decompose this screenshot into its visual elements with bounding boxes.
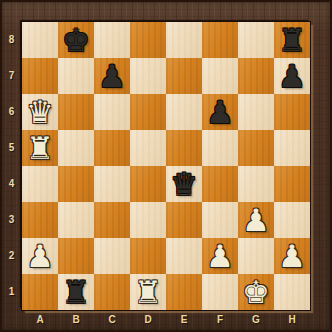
square-b7[interactable] [58, 58, 94, 94]
square-b2[interactable] [58, 238, 94, 274]
square-e3[interactable] [166, 202, 202, 238]
rank-label-1: 1 [4, 274, 19, 310]
square-c8[interactable] [94, 22, 130, 58]
square-g3[interactable]: ♟ [238, 202, 274, 238]
rank-label-5: 5 [4, 130, 19, 166]
square-h3[interactable] [274, 202, 310, 238]
square-c1[interactable] [94, 274, 130, 310]
square-g6[interactable] [238, 94, 274, 130]
file-label-e: E [166, 310, 202, 330]
file-label-a: A [22, 310, 58, 330]
square-g4[interactable] [238, 166, 274, 202]
square-g8[interactable] [238, 22, 274, 58]
file-label-h: H [274, 310, 310, 330]
square-d6[interactable] [130, 94, 166, 130]
square-f8[interactable] [202, 22, 238, 58]
square-h2[interactable]: ♟ [274, 238, 310, 274]
square-b1[interactable]: ♜ [58, 274, 94, 310]
square-a5[interactable]: ♜ [22, 130, 58, 166]
piece-white-pawn[interactable]: ♟ [278, 238, 306, 274]
file-label-g: G [238, 310, 274, 330]
square-c3[interactable] [94, 202, 130, 238]
rank-label-8: 8 [4, 22, 19, 58]
piece-white-pawn[interactable]: ♟ [206, 238, 234, 274]
square-f2[interactable]: ♟ [202, 238, 238, 274]
square-c6[interactable] [94, 94, 130, 130]
rank-label-2: 2 [4, 238, 19, 274]
chess-board-frame: ♚♜♟♟♛♟♜♛♟♟♟♟♜♜♚ 87654321 ABCDEFGH [0, 0, 332, 332]
square-c7[interactable]: ♟ [94, 58, 130, 94]
square-b6[interactable] [58, 94, 94, 130]
square-b5[interactable] [58, 130, 94, 166]
square-d8[interactable] [130, 22, 166, 58]
square-e5[interactable] [166, 130, 202, 166]
piece-white-pawn[interactable]: ♟ [242, 202, 270, 238]
square-a8[interactable] [22, 22, 58, 58]
piece-black-pawn[interactable]: ♟ [206, 94, 234, 130]
square-e4[interactable]: ♛ [166, 166, 202, 202]
square-c5[interactable] [94, 130, 130, 166]
rank-label-3: 3 [4, 202, 19, 238]
square-g1[interactable]: ♚ [238, 274, 274, 310]
square-b8[interactable]: ♚ [58, 22, 94, 58]
square-d5[interactable] [130, 130, 166, 166]
square-a7[interactable] [22, 58, 58, 94]
piece-white-pawn[interactable]: ♟ [26, 238, 54, 274]
file-label-c: C [94, 310, 130, 330]
square-e8[interactable] [166, 22, 202, 58]
square-c4[interactable] [94, 166, 130, 202]
piece-white-queen[interactable]: ♛ [26, 94, 54, 130]
piece-white-king[interactable]: ♚ [242, 274, 270, 310]
square-f4[interactable] [202, 166, 238, 202]
square-a1[interactable] [22, 274, 58, 310]
square-h5[interactable] [274, 130, 310, 166]
square-f1[interactable] [202, 274, 238, 310]
square-d4[interactable] [130, 166, 166, 202]
square-a3[interactable] [22, 202, 58, 238]
square-h8[interactable]: ♜ [274, 22, 310, 58]
square-h6[interactable] [274, 94, 310, 130]
square-b3[interactable] [58, 202, 94, 238]
square-g7[interactable] [238, 58, 274, 94]
square-f5[interactable] [202, 130, 238, 166]
piece-white-rook[interactable]: ♜ [134, 274, 162, 310]
rank-label-6: 6 [4, 94, 19, 130]
square-e1[interactable] [166, 274, 202, 310]
rank-label-7: 7 [4, 58, 19, 94]
file-label-b: B [58, 310, 94, 330]
file-label-f: F [202, 310, 238, 330]
chess-board: ♚♜♟♟♛♟♜♛♟♟♟♟♜♜♚ [22, 22, 310, 310]
square-e7[interactable] [166, 58, 202, 94]
piece-black-pawn[interactable]: ♟ [98, 58, 126, 94]
square-e6[interactable] [166, 94, 202, 130]
rank-label-4: 4 [4, 166, 19, 202]
square-h1[interactable] [274, 274, 310, 310]
piece-black-king[interactable]: ♚ [62, 22, 90, 58]
square-h7[interactable]: ♟ [274, 58, 310, 94]
piece-black-rook[interactable]: ♜ [278, 22, 306, 58]
square-d1[interactable]: ♜ [130, 274, 166, 310]
square-b4[interactable] [58, 166, 94, 202]
square-a4[interactable] [22, 166, 58, 202]
square-g2[interactable] [238, 238, 274, 274]
square-a6[interactable]: ♛ [22, 94, 58, 130]
square-a2[interactable]: ♟ [22, 238, 58, 274]
square-e2[interactable] [166, 238, 202, 274]
piece-black-rook[interactable]: ♜ [62, 274, 90, 310]
square-c2[interactable] [94, 238, 130, 274]
square-h4[interactable] [274, 166, 310, 202]
piece-black-queen[interactable]: ♛ [170, 166, 198, 202]
piece-white-rook[interactable]: ♜ [26, 130, 54, 166]
square-f3[interactable] [202, 202, 238, 238]
square-f7[interactable] [202, 58, 238, 94]
file-label-d: D [130, 310, 166, 330]
square-d3[interactable] [130, 202, 166, 238]
square-d7[interactable] [130, 58, 166, 94]
square-d2[interactable] [130, 238, 166, 274]
square-g5[interactable] [238, 130, 274, 166]
square-f6[interactable]: ♟ [202, 94, 238, 130]
piece-black-pawn[interactable]: ♟ [278, 58, 306, 94]
